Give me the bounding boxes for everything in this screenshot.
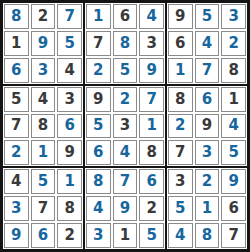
sudoku-cell[interactable]: 4	[195, 31, 220, 56]
sudoku-cell[interactable]: 3	[86, 223, 111, 248]
sudoku-cell[interactable]: 9	[86, 87, 111, 112]
sudoku-cell[interactable]: 7	[168, 140, 193, 165]
sudoku-cell[interactable]: 2	[139, 196, 164, 221]
sudoku-box: 451378962	[2, 167, 84, 250]
sudoku-cell[interactable]: 5	[113, 58, 138, 83]
sudoku-cell[interactable]: 6	[195, 87, 220, 112]
sudoku-cell[interactable]: 9	[139, 58, 164, 83]
sudoku-cell[interactable]: 5	[86, 114, 111, 139]
sudoku-cell[interactable]: 2	[195, 169, 220, 194]
sudoku-cell[interactable]: 6	[139, 169, 164, 194]
sudoku-cell[interactable]: 2	[221, 31, 246, 56]
sudoku-cell[interactable]: 9	[57, 140, 82, 165]
sudoku-cell[interactable]: 7	[139, 87, 164, 112]
sudoku-cell[interactable]: 4	[86, 196, 111, 221]
sudoku-cell[interactable]: 1	[195, 196, 220, 221]
sudoku-cell[interactable]: 8	[57, 196, 82, 221]
sudoku-box: 164783259	[84, 2, 166, 85]
sudoku-cell[interactable]: 6	[221, 196, 246, 221]
sudoku-cell[interactable]: 9	[221, 169, 246, 194]
sudoku-cell[interactable]: 7	[86, 31, 111, 56]
sudoku-cell[interactable]: 2	[31, 4, 56, 29]
sudoku-cell[interactable]: 9	[195, 114, 220, 139]
sudoku-cell[interactable]: 1	[31, 140, 56, 165]
sudoku-board: 8271956341647832599536421785437862199275…	[0, 0, 250, 252]
sudoku-cell[interactable]: 7	[31, 196, 56, 221]
sudoku-box: 543786219	[2, 85, 84, 168]
sudoku-cell[interactable]: 9	[4, 223, 29, 248]
sudoku-cell[interactable]: 5	[4, 87, 29, 112]
sudoku-cell[interactable]: 2	[57, 223, 82, 248]
sudoku-box: 329516487	[166, 167, 248, 250]
sudoku-cell[interactable]: 1	[113, 223, 138, 248]
sudoku-cell[interactable]: 2	[86, 58, 111, 83]
sudoku-cell[interactable]: 7	[221, 223, 246, 248]
sudoku-cell[interactable]: 1	[168, 58, 193, 83]
sudoku-cell[interactable]: 9	[168, 4, 193, 29]
sudoku-cell[interactable]: 3	[31, 58, 56, 83]
sudoku-cell[interactable]: 9	[31, 31, 56, 56]
sudoku-cell[interactable]: 3	[221, 4, 246, 29]
sudoku-cell[interactable]: 8	[4, 4, 29, 29]
sudoku-cell[interactable]: 2	[168, 114, 193, 139]
sudoku-cell[interactable]: 4	[221, 114, 246, 139]
sudoku-cell[interactable]: 1	[4, 31, 29, 56]
sudoku-cell[interactable]: 4	[57, 58, 82, 83]
sudoku-cell[interactable]: 5	[57, 31, 82, 56]
sudoku-cell[interactable]: 7	[195, 58, 220, 83]
sudoku-cell[interactable]: 5	[31, 169, 56, 194]
sudoku-cell[interactable]: 2	[4, 140, 29, 165]
sudoku-cell[interactable]: 3	[4, 196, 29, 221]
sudoku-cell[interactable]: 2	[113, 87, 138, 112]
sudoku-cell[interactable]: 5	[168, 196, 193, 221]
sudoku-box: 927531648	[84, 85, 166, 168]
sudoku-box: 861294735	[166, 85, 248, 168]
sudoku-cell[interactable]: 8	[195, 223, 220, 248]
sudoku-cell[interactable]: 6	[113, 4, 138, 29]
sudoku-cell[interactable]: 8	[31, 114, 56, 139]
sudoku-cell[interactable]: 4	[4, 169, 29, 194]
sudoku-cell[interactable]: 8	[113, 31, 138, 56]
sudoku-cell[interactable]: 8	[168, 87, 193, 112]
sudoku-cell[interactable]: 9	[113, 196, 138, 221]
sudoku-cell[interactable]: 3	[168, 169, 193, 194]
sudoku-cell[interactable]: 4	[31, 87, 56, 112]
sudoku-cell[interactable]: 6	[31, 223, 56, 248]
sudoku-cell[interactable]: 1	[139, 114, 164, 139]
sudoku-cell[interactable]: 6	[86, 140, 111, 165]
sudoku-cell[interactable]: 4	[139, 4, 164, 29]
sudoku-box: 953642178	[166, 2, 248, 85]
sudoku-cell[interactable]: 3	[113, 114, 138, 139]
sudoku-cell[interactable]: 3	[139, 31, 164, 56]
sudoku-cell[interactable]: 1	[86, 4, 111, 29]
sudoku-cell[interactable]: 7	[57, 4, 82, 29]
sudoku-cell[interactable]: 8	[86, 169, 111, 194]
sudoku-cell[interactable]: 5	[195, 4, 220, 29]
sudoku-cell[interactable]: 5	[139, 223, 164, 248]
sudoku-box: 876492315	[84, 167, 166, 250]
sudoku-cell[interactable]: 8	[139, 140, 164, 165]
sudoku-cell[interactable]: 4	[113, 140, 138, 165]
sudoku-cell[interactable]: 3	[57, 87, 82, 112]
sudoku-cell[interactable]: 6	[57, 114, 82, 139]
sudoku-cell[interactable]: 7	[4, 114, 29, 139]
sudoku-cell[interactable]: 4	[168, 223, 193, 248]
sudoku-box: 827195634	[2, 2, 84, 85]
sudoku-cell[interactable]: 8	[221, 58, 246, 83]
sudoku-cell[interactable]: 1	[221, 87, 246, 112]
sudoku-cell[interactable]: 6	[4, 58, 29, 83]
sudoku-cell[interactable]: 5	[221, 140, 246, 165]
sudoku-cell[interactable]: 7	[113, 169, 138, 194]
sudoku-cell[interactable]: 1	[57, 169, 82, 194]
sudoku-cell[interactable]: 6	[168, 31, 193, 56]
sudoku-cell[interactable]: 3	[195, 140, 220, 165]
